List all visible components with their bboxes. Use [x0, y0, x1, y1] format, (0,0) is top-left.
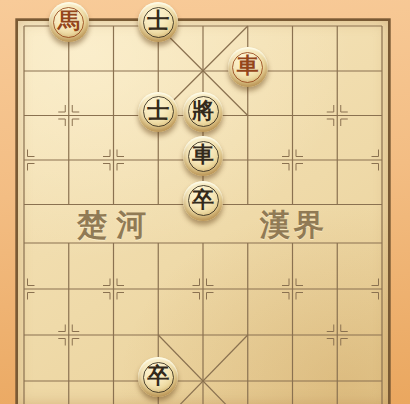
piece-glyph-black-general: 將 [192, 100, 214, 122]
river-label-han: 漢界 [260, 205, 328, 246]
piece-glyph-black-chariot: 車 [192, 144, 214, 166]
piece-black-advisor-a[interactable]: 士 [138, 2, 178, 42]
piece-black-chariot[interactable]: 車 [183, 136, 223, 176]
point-marker [282, 164, 289, 171]
point-marker [341, 105, 348, 112]
point-marker [372, 150, 379, 157]
point-marker [207, 293, 214, 300]
point-marker [58, 119, 65, 126]
point-marker [341, 325, 348, 332]
point-marker [103, 150, 110, 157]
piece-black-soldier-b[interactable]: 卒 [138, 357, 178, 397]
point-marker [296, 164, 303, 171]
point-marker [72, 119, 79, 126]
point-marker [117, 150, 124, 157]
point-marker [103, 279, 110, 286]
point-marker [341, 119, 348, 126]
point-marker [72, 325, 79, 332]
point-marker [327, 105, 334, 112]
point-marker [193, 279, 200, 286]
piece-glyph-black-advisor-a: 士 [147, 10, 169, 32]
point-marker [28, 164, 35, 171]
piece-red-horse[interactable]: 馬 [49, 2, 89, 42]
point-marker [72, 339, 79, 346]
point-marker [341, 339, 348, 346]
piece-black-soldier-a[interactable]: 卒 [183, 181, 223, 221]
point-marker [282, 293, 289, 300]
piece-glyph-red-chariot: 車 [237, 55, 259, 77]
point-marker [58, 339, 65, 346]
point-marker [72, 105, 79, 112]
point-marker [193, 293, 200, 300]
point-marker [372, 164, 379, 171]
point-marker [327, 339, 334, 346]
point-marker [103, 293, 110, 300]
point-marker [372, 279, 379, 286]
piece-glyph-red-horse: 馬 [58, 10, 80, 32]
xiangqi-app: 楚河 漢界 馬士車士將車卒卒 [0, 0, 410, 404]
piece-black-general[interactable]: 將 [183, 92, 223, 132]
point-marker [117, 164, 124, 171]
point-marker [296, 150, 303, 157]
point-marker [296, 293, 303, 300]
piece-glyph-black-soldier-b: 卒 [147, 365, 169, 387]
river-label-chu: 楚河 [77, 205, 155, 246]
piece-red-chariot[interactable]: 車 [228, 47, 268, 87]
point-marker [28, 293, 35, 300]
point-marker [327, 325, 334, 332]
piece-glyph-black-advisor-b: 士 [147, 100, 169, 122]
point-marker [117, 279, 124, 286]
point-marker [58, 325, 65, 332]
point-marker [58, 105, 65, 112]
point-marker [327, 119, 334, 126]
point-marker [282, 279, 289, 286]
point-marker [282, 150, 289, 157]
piece-glyph-black-soldier-a: 卒 [192, 189, 214, 211]
point-marker [28, 150, 35, 157]
piece-black-advisor-b[interactable]: 士 [138, 92, 178, 132]
point-marker [28, 279, 35, 286]
point-marker [296, 279, 303, 286]
point-marker [207, 279, 214, 286]
point-marker [117, 293, 124, 300]
point-marker [103, 164, 110, 171]
point-marker [372, 293, 379, 300]
